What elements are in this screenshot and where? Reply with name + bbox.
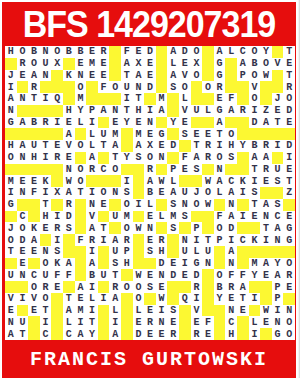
letter-cell: U [28,140,40,152]
letter-cell: W [63,175,75,187]
letter-cell: E [283,164,295,176]
letter-cell: E [98,199,110,211]
letter-cell: O [75,81,87,93]
letter-cell: K [237,175,249,187]
letter-cell: I [249,175,261,187]
letter-cell: A [260,199,272,211]
letter-cell: N [156,316,168,328]
letter-cell: U [17,316,29,328]
letter-cell: R [51,222,63,234]
blank-cell [28,105,40,117]
blank-cell [121,316,133,328]
letter-cell: N [179,234,191,246]
blank-cell [75,152,87,164]
letter-cell: R [98,46,110,58]
letter-cell: A [86,258,98,270]
letter-cell: A [63,128,75,140]
letter-cell: A [167,70,179,82]
letter-cell: A [156,105,168,117]
letter-cell: R [225,281,237,293]
letter-cell: M [167,211,179,223]
letter-cell: E [167,258,179,270]
blank-cell [28,199,40,211]
letter-cell: E [179,117,191,129]
letter-cell: G [156,128,168,140]
letter-cell: X [51,187,63,199]
letter-cell: B [249,58,261,70]
letter-cell: A [144,175,156,187]
letter-cell: I [133,199,145,211]
letter-cell: S [225,152,237,164]
letter-cell: I [272,305,284,317]
blank-cell [98,117,110,129]
letter-cell: R [214,81,226,93]
letter-cell: D [167,140,179,152]
author-name: FRANCIS GURTOWSKI [30,348,268,371]
letter-cell: A [109,328,121,340]
blank-cell [109,58,121,70]
letter-cell: T [121,70,133,82]
letter-cell: P [86,105,98,117]
letter-cell: H [133,105,145,117]
letter-cell: N [63,164,75,176]
blank-cell [225,117,237,129]
blank-cell [109,93,121,105]
letter-cell: B [144,187,156,199]
blank-cell [75,258,87,270]
blank-cell [109,222,121,234]
blank-cell [260,93,272,105]
letter-cell: B [249,140,261,152]
letter-cell: A [5,328,17,340]
letter-cell: S [179,128,191,140]
letter-cell: S [167,222,179,234]
letter-cell: O [75,175,87,187]
letter-cell: A [167,187,179,199]
letter-cell: R [202,152,214,164]
blank-cell [237,128,249,140]
blank-cell [133,258,145,270]
letter-cell: E [202,128,214,140]
blank-cell [98,246,110,258]
letter-cell: E [98,58,110,70]
blank-cell [260,128,272,140]
letter-cell: C [63,328,75,340]
blank-cell [51,164,63,176]
letter-cell: E [86,70,98,82]
letter-cell: O [75,140,87,152]
letter-cell: N [40,70,52,82]
letter-cell: N [144,222,156,234]
letter-cell: E [28,175,40,187]
letter-cell: N [40,46,52,58]
letter-cell: T [283,46,295,58]
letter-cell: R [260,140,272,152]
letter-cell: R [40,117,52,129]
letter-cell: R [144,316,156,328]
blank-cell [191,175,203,187]
letter-cell: E [156,140,168,152]
letter-cell: M [121,211,133,223]
letter-cell: L [133,305,145,317]
letter-cell: B [63,46,75,58]
letter-cell: E [144,58,156,70]
blank-cell [237,222,249,234]
letter-cell: S [133,152,145,164]
letter-cell: R [156,234,168,246]
letter-cell: F [98,81,110,93]
blank-cell [98,316,110,328]
letter-cell: V [63,140,75,152]
letter-cell: B [28,46,40,58]
blank-cell [202,281,214,293]
blank-cell [133,234,145,246]
blank-cell [202,222,214,234]
letter-cell: E [133,46,145,58]
letter-cell: N [5,105,17,117]
letter-cell: A [121,58,133,70]
blank-cell [167,93,179,105]
letter-cell: R [191,328,203,340]
letter-cell: R [86,164,98,176]
blank-cell [121,305,133,317]
blank-cell [75,128,87,140]
letter-cell: N [225,258,237,270]
letter-cell: I [75,316,87,328]
letter-cell: X [144,140,156,152]
blank-cell [225,70,237,82]
blank-cell [272,70,284,82]
letter-cell: O [17,46,29,58]
letter-cell: Y [86,328,98,340]
letter-cell: A [109,293,121,305]
letter-cell: Q [179,293,191,305]
letter-cell: W [202,175,214,187]
letter-cell: W [156,175,168,187]
letter-cell: N [17,152,29,164]
letter-cell: U [5,269,17,281]
letter-cell: T [283,175,295,187]
letter-cell: A [133,140,145,152]
letter-cell: A [225,211,237,223]
letter-cell: E [63,152,75,164]
letter-cell: T [260,222,272,234]
letter-cell: E [179,58,191,70]
letter-cell: T [249,199,261,211]
letter-cell: E [283,58,295,70]
blank-cell [5,58,17,70]
letter-cell: C [225,175,237,187]
blank-cell [179,175,191,187]
letter-cell: G [283,222,295,234]
blank-cell [260,293,272,305]
letter-cell: Y [121,152,133,164]
blank-cell [179,316,191,328]
letter-cell: C [237,46,249,58]
blank-cell [179,222,191,234]
letter-cell: O [5,234,17,246]
letter-cell: T [283,70,295,82]
letter-cell: D [249,117,261,129]
letter-cell: A [214,46,226,58]
blank-cell [272,187,284,199]
letter-cell: I [121,93,133,105]
blank-cell [237,258,249,270]
blank-cell [121,140,133,152]
blank-cell [237,164,249,176]
letter-cell: G [214,58,226,70]
blank-cell [109,46,121,58]
letter-cell: I [40,152,52,164]
letter-cell: R [86,234,98,246]
letter-cell: I [86,246,98,258]
letter-cell: G [283,234,295,246]
letter-cell: E [17,70,29,82]
blank-cell [283,246,295,258]
letter-cell: O [51,46,63,58]
letter-cell: T [109,269,121,281]
letter-cell: I [249,293,261,305]
letter-cell: S [191,164,203,176]
blank-cell [225,58,237,70]
letter-cell: A [225,187,237,199]
letter-cell: M [75,93,87,105]
letter-cell: E [144,70,156,82]
letter-cell: A [109,140,121,152]
letter-cell: T [17,328,29,340]
letter-cell: N [272,316,284,328]
letter-cell: F [202,316,214,328]
letter-cell: T [121,105,133,117]
blank-cell [260,328,272,340]
letter-cell: E [28,305,40,317]
blank-cell [40,105,52,117]
letter-cell: M [133,128,145,140]
blank-cell [202,269,214,281]
letter-cell: V [272,58,284,70]
letter-cell: N [260,211,272,223]
blank-cell [249,305,261,317]
letter-cell: H [121,258,133,270]
letter-cell: T [86,316,98,328]
blank-cell [260,246,272,258]
letter-cell: L [214,187,226,199]
letter-cell: N [225,199,237,211]
letter-cell: D [179,46,191,58]
letter-cell: O [191,46,203,58]
blank-cell [51,293,63,305]
blank-cell [109,70,121,82]
letter-cell: I [191,234,203,246]
letter-cell: C [98,164,110,176]
letter-cell: A [260,117,272,129]
blank-cell [63,246,75,258]
puzzle-grid: HOBNOBBERFEDADOALCOYTROUXEMEAXELEXGABOVE… [5,46,295,340]
letter-cell: U [179,246,191,258]
blank-cell [225,164,237,176]
letter-cell: A [225,246,237,258]
letter-cell: O [109,164,121,176]
letter-cell: T [40,140,52,152]
blank-cell [40,164,52,176]
letter-cell: S [167,81,179,93]
blank-cell [5,258,17,270]
blank-cell [40,234,52,246]
letter-cell: O [75,164,87,176]
letter-cell: C [237,234,249,246]
letter-cell: F [214,211,226,223]
letter-cell: B [214,281,226,293]
blank-cell [283,128,295,140]
letter-cell: L [109,305,121,317]
letter-cell: R [260,164,272,176]
letter-cell: E [51,281,63,293]
letter-cell: X [191,58,203,70]
letter-cell: V [191,305,203,317]
letter-cell: X [51,58,63,70]
letter-cell: A [191,152,203,164]
letter-cell: S [167,199,179,211]
letter-cell: I [283,152,295,164]
blank-cell [75,211,87,223]
letter-cell: O [133,293,145,305]
letter-cell: V [179,105,191,117]
letter-cell: I [98,293,110,305]
letter-cell: E [225,293,237,305]
letter-cell: A [133,70,145,82]
letter-cell: O [225,128,237,140]
letter-cell: K [249,234,261,246]
letter-cell: E [144,269,156,281]
grid-panel: HOBNOBBERFEDADOALCOYTROUXEMEAXELEXGABOVE… [5,46,295,340]
letter-cell: S [63,222,75,234]
letter-cell: I [144,105,156,117]
blank-cell [144,93,156,105]
letter-cell: E [144,305,156,317]
blank-cell [98,93,110,105]
blank-cell [191,211,203,223]
letter-cell: A [237,58,249,70]
letter-cell: I [121,175,133,187]
letter-cell: T [133,93,145,105]
letter-cell: R [109,281,121,293]
letter-cell: I [179,258,191,270]
blank-cell [260,187,272,199]
letter-cell: R [17,58,29,70]
letter-cell: E [86,46,98,58]
letter-cell: N [283,305,295,317]
letter-cell: O [283,93,295,105]
letter-cell: T [28,93,40,105]
letter-cell: A [98,105,110,117]
blank-cell [202,211,214,223]
blank-cell [214,199,226,211]
blank-cell [167,281,179,293]
letter-cell: N [156,269,168,281]
letter-cell: M [5,175,17,187]
blank-cell [179,140,191,152]
letter-cell: R [51,152,63,164]
letter-cell: A [260,258,272,270]
letter-cell: M [75,305,87,317]
blank-cell [98,305,110,317]
letter-cell: E [75,58,87,70]
letter-cell: P [272,293,284,305]
blank-cell [121,328,133,340]
letter-cell: E [260,269,272,281]
letter-cell: Y [272,258,284,270]
blank-cell [272,46,284,58]
letter-cell: A [214,117,226,129]
letter-cell: E [237,305,249,317]
letter-cell: A [237,281,249,293]
letter-cell: J [5,222,17,234]
blank-cell [28,211,40,223]
letter-cell: P [121,246,133,258]
letter-cell: I [5,187,17,199]
letter-cell: G [214,70,226,82]
blank-cell [214,316,226,328]
letter-cell: E [17,258,29,270]
letter-cell: S [179,211,191,223]
letter-cell: U [98,269,110,281]
letter-cell: U [40,58,52,70]
blank-cell [156,58,168,70]
letter-cell: O [283,328,295,340]
letter-cell: N [179,199,191,211]
letter-cell: O [283,316,295,328]
letter-cell: T [272,117,284,129]
letter-cell: Y [237,140,249,152]
blank-cell [283,293,295,305]
letter-cell: O [249,93,261,105]
blank-cell [167,246,179,258]
blank-cell [17,305,29,317]
blank-cell [272,246,284,258]
letter-cell: E [156,328,168,340]
letter-cell: S [272,199,284,211]
letter-cell: G [214,105,226,117]
letter-cell: T [98,222,110,234]
letter-cell: I [237,187,249,199]
blank-cell [156,117,168,129]
blank-cell [133,246,145,258]
letter-cell: U [202,246,214,258]
blank-cell [179,281,191,293]
letter-cell: S [144,281,156,293]
letter-cell: E [156,281,168,293]
blank-cell [63,81,75,93]
blank-cell [86,93,98,105]
letter-cell: I [17,293,29,305]
letter-cell: N [17,269,29,281]
blank-cell [237,199,249,211]
blank-cell [75,246,87,258]
blank-cell [156,81,168,93]
blank-cell [202,70,214,82]
letter-cell: E [144,128,156,140]
blank-cell [237,152,249,164]
blank-cell [98,281,110,293]
letter-cell: O [121,222,133,234]
letter-cell: D [191,269,203,281]
letter-cell: O [214,222,226,234]
letter-cell: O [191,70,203,82]
letter-cell: N [156,152,168,164]
letter-cell: L [75,117,87,129]
blank-cell [214,305,226,317]
blank-cell [40,81,52,93]
